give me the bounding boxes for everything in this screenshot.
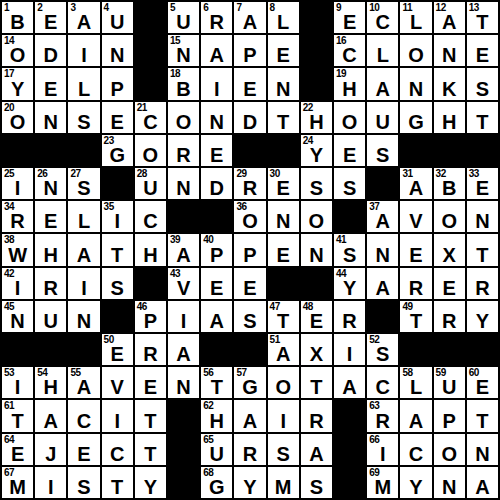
cell-r4c1[interactable]: 20O xyxy=(2,102,33,133)
cell-r13c1[interactable]: 61T xyxy=(2,400,33,431)
cell-letter: N xyxy=(168,377,199,397)
cell-letter: T xyxy=(467,245,498,265)
cell-r2c2[interactable]: D xyxy=(35,35,66,66)
cell-r8c13[interactable]: E xyxy=(400,234,431,265)
cell-r13c10[interactable]: R xyxy=(301,400,332,431)
cell-r2c7[interactable]: A xyxy=(201,35,232,66)
cell-letter: R xyxy=(467,278,498,298)
cell-letter: N xyxy=(467,444,498,464)
cell-r3c15[interactable]: S xyxy=(467,68,498,99)
cell-r2c6[interactable]: 15N xyxy=(168,35,199,66)
cell-r6c11[interactable]: S xyxy=(334,168,365,199)
cell-r11c12[interactable]: 52S xyxy=(367,334,398,365)
cell-letter: E xyxy=(268,245,299,265)
cell-letter: R xyxy=(35,278,66,298)
cell-r11c6[interactable]: A xyxy=(168,334,199,365)
block-cell-r6c4 xyxy=(102,168,133,199)
cell-r5c4[interactable]: 23G xyxy=(102,135,133,166)
cell-r7c4[interactable]: 35I xyxy=(102,201,133,232)
cell-r1c8[interactable]: 7A xyxy=(234,2,265,33)
cell-letter: A xyxy=(434,12,465,32)
cell-r10c8[interactable]: S xyxy=(234,301,265,332)
cell-letter: S xyxy=(367,145,398,165)
cell-r13c9[interactable]: I xyxy=(268,400,299,431)
cell-r3c12[interactable]: A xyxy=(367,68,398,99)
cell-r1c11[interactable]: 9E xyxy=(334,2,365,33)
cell-letter: L xyxy=(400,12,431,32)
cell-letter: U xyxy=(434,377,465,397)
block-cell-r14c6 xyxy=(168,434,199,465)
cell-r5c11[interactable]: E xyxy=(334,135,365,166)
cell-letter: V xyxy=(102,377,133,397)
cell-r7c3[interactable]: L xyxy=(68,201,99,232)
cell-r3c1[interactable]: 17Y xyxy=(2,68,33,99)
cell-r4c8[interactable]: D xyxy=(234,102,265,133)
cell-r8c2[interactable]: H xyxy=(35,234,66,265)
cell-letter: P xyxy=(135,311,166,331)
cell-letter: A xyxy=(35,411,66,431)
cell-r11c9[interactable]: 51A xyxy=(268,334,299,365)
cell-r8c5[interactable]: H xyxy=(135,234,166,265)
cell-letter: Y xyxy=(135,477,166,497)
cell-r12c12[interactable]: C xyxy=(367,367,398,398)
cell-r12c5[interactable]: E xyxy=(135,367,166,398)
cell-r9c13[interactable]: R xyxy=(400,268,431,299)
cell-letter: O xyxy=(2,45,33,65)
cell-r9c6[interactable]: 43V xyxy=(168,268,199,299)
cell-r12c2[interactable]: 54H xyxy=(35,367,66,398)
cell-letter: E xyxy=(102,112,133,132)
cell-r1c2[interactable]: 2E xyxy=(35,2,66,33)
cell-r9c3[interactable]: I xyxy=(68,268,99,299)
cell-r12c7[interactable]: 56T xyxy=(201,367,232,398)
cell-r3c4[interactable]: P xyxy=(102,68,133,99)
cell-letter: S xyxy=(334,178,365,198)
cell-letter: C xyxy=(334,45,365,65)
cell-letter: C xyxy=(102,444,133,464)
cell-letter: E xyxy=(301,311,332,331)
cell-r11c11[interactable]: I xyxy=(334,334,365,365)
cell-letter: E xyxy=(334,145,365,165)
cell-r12c4[interactable]: V xyxy=(102,367,133,398)
cell-r4c12[interactable]: U xyxy=(367,102,398,133)
cell-r4c4[interactable]: E xyxy=(102,102,133,133)
cell-letter: O xyxy=(168,112,199,132)
cell-letter: I xyxy=(2,178,33,198)
cell-r10c13[interactable]: 49T xyxy=(400,301,431,332)
block-cell-r7c6 xyxy=(168,201,199,232)
cell-r7c13[interactable]: V xyxy=(400,201,431,232)
cell-r1c13[interactable]: 11L xyxy=(400,2,431,33)
cell-r6c7[interactable]: D xyxy=(201,168,232,199)
cell-r7c2[interactable]: E xyxy=(35,201,66,232)
cell-letter: T xyxy=(301,377,332,397)
cell-r10c2[interactable]: U xyxy=(35,301,66,332)
cell-letter: T xyxy=(2,411,33,431)
cell-r12c14[interactable]: 59U xyxy=(434,367,465,398)
cell-r4c6[interactable]: O xyxy=(168,102,199,133)
cell-r10c1[interactable]: 45N xyxy=(2,301,33,332)
cell-letter: E xyxy=(467,377,498,397)
cell-letter: R xyxy=(2,211,33,231)
cell-letter: N xyxy=(268,79,299,99)
cell-r8c14[interactable]: X xyxy=(434,234,465,265)
cell-letter: I xyxy=(68,278,99,298)
block-cell-r5c13 xyxy=(400,135,431,166)
cell-r9c15[interactable]: R xyxy=(467,268,498,299)
cell-r7c1[interactable]: 34R xyxy=(2,201,33,232)
cell-r13c12[interactable]: 63R xyxy=(367,400,398,431)
cell-r15c9[interactable]: M xyxy=(268,467,299,498)
cell-r4c15[interactable]: T xyxy=(467,102,498,133)
cell-letter: I xyxy=(35,477,66,497)
cell-r7c9[interactable]: N xyxy=(268,201,299,232)
cell-r1c12[interactable]: 10C xyxy=(367,2,398,33)
cell-letter: S xyxy=(268,444,299,464)
cell-r12c10[interactable]: T xyxy=(301,367,332,398)
cell-letter: L xyxy=(268,12,299,32)
cell-letter: A xyxy=(234,411,265,431)
cell-r4c5[interactable]: 21C xyxy=(135,102,166,133)
cell-r6c1[interactable]: 25I xyxy=(2,168,33,199)
cell-r12c15[interactable]: 60E xyxy=(467,367,498,398)
cell-r15c3[interactable]: S xyxy=(68,467,99,498)
cell-r15c2[interactable]: I xyxy=(35,467,66,498)
cell-r9c2[interactable]: R xyxy=(35,268,66,299)
cell-letter: T xyxy=(135,444,166,464)
cell-r7c15[interactable]: N xyxy=(467,201,498,232)
cell-letter: S xyxy=(68,112,99,132)
cell-r8c10[interactable]: N xyxy=(301,234,332,265)
block-cell-r3c5 xyxy=(135,68,166,99)
cell-letter: S xyxy=(234,311,265,331)
cell-r3c14[interactable]: K xyxy=(434,68,465,99)
cell-r11c10[interactable]: X xyxy=(301,334,332,365)
cell-r10c11[interactable]: R xyxy=(334,301,365,332)
cell-r3c9[interactable]: N xyxy=(268,68,299,99)
cell-r6c14[interactable]: 32B xyxy=(434,168,465,199)
cell-r1c4[interactable]: 4U xyxy=(102,2,133,33)
cell-r10c15[interactable]: Y xyxy=(467,301,498,332)
cell-letter: R xyxy=(301,411,332,431)
cell-letter: D xyxy=(35,45,66,65)
cell-r9c4[interactable]: S xyxy=(102,268,133,299)
cell-r6c6[interactable]: N xyxy=(168,168,199,199)
cell-letter: R xyxy=(135,344,166,364)
cell-letter: C xyxy=(367,377,398,397)
cell-r15c1[interactable]: 67M xyxy=(2,467,33,498)
cell-r5c12[interactable]: S xyxy=(367,135,398,166)
cell-r15c12[interactable]: 69M xyxy=(367,467,398,498)
cell-r14c15[interactable]: N xyxy=(467,434,498,465)
cell-r8c8[interactable]: P xyxy=(234,234,265,265)
cell-letter: P xyxy=(102,79,133,99)
cell-r15c8[interactable]: Y xyxy=(234,467,265,498)
cell-r13c13[interactable]: A xyxy=(400,400,431,431)
cell-r8c4[interactable]: T xyxy=(102,234,133,265)
cell-r13c14[interactable]: P xyxy=(434,400,465,431)
cell-letter: I xyxy=(334,344,365,364)
cell-r7c12[interactable]: 37A xyxy=(367,201,398,232)
cell-r13c4[interactable]: I xyxy=(102,400,133,431)
cell-letter: N xyxy=(400,79,431,99)
cell-r15c5[interactable]: Y xyxy=(135,467,166,498)
cell-letter: Y xyxy=(400,477,431,497)
cell-r10c6[interactable]: I xyxy=(168,301,199,332)
cell-letter: A xyxy=(201,45,232,65)
cell-letter: B xyxy=(2,12,33,32)
cell-r5c7[interactable]: E xyxy=(201,135,232,166)
cell-letter: R xyxy=(201,12,232,32)
block-cell-r3c10 xyxy=(301,68,332,99)
cell-r10c9[interactable]: 47T xyxy=(268,301,299,332)
cell-r4c7[interactable]: N xyxy=(201,102,232,133)
cell-r9c8[interactable]: E xyxy=(234,268,265,299)
cell-r6c3[interactable]: 27S xyxy=(68,168,99,199)
cell-r13c15[interactable]: T xyxy=(467,400,498,431)
cell-r6c8[interactable]: 29R xyxy=(234,168,265,199)
cell-r4c13[interactable]: G xyxy=(400,102,431,133)
cell-r8c1[interactable]: 38W xyxy=(2,234,33,265)
cell-r15c14[interactable]: N xyxy=(434,467,465,498)
cell-r15c13[interactable]: Y xyxy=(400,467,431,498)
cell-r3c6[interactable]: 18B xyxy=(168,68,199,99)
cell-r8c12[interactable]: N xyxy=(367,234,398,265)
cell-r2c1[interactable]: 14O xyxy=(2,35,33,66)
cell-r15c10[interactable]: S xyxy=(301,467,332,498)
cell-r9c7[interactable]: E xyxy=(201,268,232,299)
cell-letter: E xyxy=(268,178,299,198)
cell-r6c13[interactable]: 31A xyxy=(400,168,431,199)
cell-r12c6[interactable]: N xyxy=(168,367,199,398)
cell-r7c14[interactable]: O xyxy=(434,201,465,232)
cell-r1c15[interactable]: 13T xyxy=(467,2,498,33)
cell-r1c6[interactable]: 5U xyxy=(168,2,199,33)
cell-r10c7[interactable]: A xyxy=(201,301,232,332)
cell-r14c13[interactable]: C xyxy=(400,434,431,465)
cell-letter: E xyxy=(201,145,232,165)
cell-letter: I xyxy=(168,311,199,331)
cell-letter: E xyxy=(234,79,265,99)
block-cell-r15c11 xyxy=(334,467,365,498)
cell-r6c9[interactable]: 30E xyxy=(268,168,299,199)
cell-r7c5[interactable]: C xyxy=(135,201,166,232)
cell-r2c8[interactable]: P xyxy=(234,35,265,66)
cell-letter: T xyxy=(102,477,133,497)
cell-r15c15[interactable]: A xyxy=(467,467,498,498)
cell-letter: X xyxy=(434,245,465,265)
cell-letter: O xyxy=(334,112,365,132)
cell-r4c11[interactable]: O xyxy=(334,102,365,133)
cell-r1c9[interactable]: 8L xyxy=(268,2,299,33)
cell-letter: R xyxy=(434,311,465,331)
cell-letter: C xyxy=(135,211,166,231)
cell-r5c5[interactable]: O xyxy=(135,135,166,166)
cell-letter: M xyxy=(2,477,33,497)
cell-letter: P xyxy=(434,411,465,431)
cell-r14c12[interactable]: 66I xyxy=(367,434,398,465)
cell-r9c11[interactable]: 44Y xyxy=(334,268,365,299)
cell-letter: A xyxy=(367,278,398,298)
cell-r1c3[interactable]: 3A xyxy=(68,2,99,33)
cell-r2c13[interactable]: O xyxy=(400,35,431,66)
cell-r4c3[interactable]: S xyxy=(68,102,99,133)
block-cell-r5c9 xyxy=(268,135,299,166)
cell-letter: I xyxy=(2,278,33,298)
cell-r2c15[interactable]: E xyxy=(467,35,498,66)
cell-letter: P xyxy=(234,45,265,65)
cell-r7c8[interactable]: 36O xyxy=(234,201,265,232)
cell-r11c4[interactable]: 50E xyxy=(102,334,133,365)
cell-letter: C xyxy=(68,411,99,431)
cell-letter: U xyxy=(35,311,66,331)
cell-r6c5[interactable]: 28U xyxy=(135,168,166,199)
cell-r8c7[interactable]: 40P xyxy=(201,234,232,265)
cell-r2c4[interactable]: N xyxy=(102,35,133,66)
cell-r3c11[interactable]: 19H xyxy=(334,68,365,99)
cell-letter: A xyxy=(201,311,232,331)
cell-letter: O xyxy=(434,211,465,231)
cell-r2c3[interactable]: I xyxy=(68,35,99,66)
cell-r4c10[interactable]: 22H xyxy=(301,102,332,133)
cell-r4c2[interactable]: N xyxy=(35,102,66,133)
cell-r9c12[interactable]: A xyxy=(367,268,398,299)
cell-letter: A xyxy=(400,411,431,431)
cell-letter: I xyxy=(102,211,133,231)
cell-letter: H xyxy=(201,411,232,431)
cell-letter: D xyxy=(234,112,265,132)
cell-r9c1[interactable]: 42I xyxy=(2,268,33,299)
cell-r15c7[interactable]: 68G xyxy=(201,467,232,498)
cell-r3c3[interactable]: L xyxy=(68,68,99,99)
cell-r14c4[interactable]: C xyxy=(102,434,133,465)
block-cell-r11c15 xyxy=(467,334,498,365)
block-cell-r11c13 xyxy=(400,334,431,365)
cell-r10c10[interactable]: 48E xyxy=(301,301,332,332)
cell-r3c2[interactable]: E xyxy=(35,68,66,99)
cell-letter: G xyxy=(234,377,265,397)
cell-r2c14[interactable]: N xyxy=(434,35,465,66)
cell-letter: T xyxy=(400,311,431,331)
cell-r13c8[interactable]: A xyxy=(234,400,265,431)
cell-r8c15[interactable]: T xyxy=(467,234,498,265)
cell-letter: M xyxy=(367,477,398,497)
block-cell-r1c10 xyxy=(301,2,332,33)
cell-letter: A xyxy=(68,12,99,32)
block-cell-r13c6 xyxy=(168,400,199,431)
cell-letter: S xyxy=(301,178,332,198)
cell-r13c5[interactable]: T xyxy=(135,400,166,431)
cell-r14c9[interactable]: S xyxy=(268,434,299,465)
cell-r10c3[interactable]: N xyxy=(68,301,99,332)
cell-letter: G xyxy=(102,145,133,165)
cell-letter: Y xyxy=(301,145,332,165)
cell-r13c3[interactable]: C xyxy=(68,400,99,431)
cell-r15c4[interactable]: T xyxy=(102,467,133,498)
cell-r13c7[interactable]: 62H xyxy=(201,400,232,431)
cell-letter: A xyxy=(467,477,498,497)
cell-letter: Y xyxy=(334,278,365,298)
cell-r10c5[interactable]: 46P xyxy=(135,301,166,332)
cell-letter: E xyxy=(35,79,66,99)
cell-r8c3[interactable]: A xyxy=(68,234,99,265)
cell-r8c9[interactable]: E xyxy=(268,234,299,265)
cell-r4c14[interactable]: H xyxy=(434,102,465,133)
cell-r12c11[interactable]: A xyxy=(334,367,365,398)
cell-r12c13[interactable]: 58L xyxy=(400,367,431,398)
cell-r1c1[interactable]: 1B xyxy=(2,2,33,33)
cell-r2c9[interactable]: E xyxy=(268,35,299,66)
cell-letter: L xyxy=(68,211,99,231)
cell-letter: S xyxy=(102,278,133,298)
cell-r14c8[interactable]: R xyxy=(234,434,265,465)
cell-r12c8[interactable]: 57G xyxy=(234,367,265,398)
cell-letter: A xyxy=(234,12,265,32)
cell-r14c1[interactable]: 64E xyxy=(2,434,33,465)
cell-letter: I xyxy=(68,45,99,65)
cell-r7c10[interactable]: O xyxy=(301,201,332,232)
cell-r12c3[interactable]: 55A xyxy=(68,367,99,398)
cell-r5c10[interactable]: 24Y xyxy=(301,135,332,166)
cell-r8c11[interactable]: 41S xyxy=(334,234,365,265)
cell-r6c10[interactable]: S xyxy=(301,168,332,199)
cell-r3c8[interactable]: E xyxy=(234,68,265,99)
cell-r14c10[interactable]: A xyxy=(301,434,332,465)
cell-r4c9[interactable]: T xyxy=(268,102,299,133)
cell-letter: S xyxy=(367,344,398,364)
cell-r8c6[interactable]: 39A xyxy=(168,234,199,265)
cell-letter: Y xyxy=(234,477,265,497)
cell-r6c15[interactable]: 33E xyxy=(467,168,498,199)
cell-r6c2[interactable]: 26N xyxy=(35,168,66,199)
cell-r14c14[interactable]: O xyxy=(434,434,465,465)
cell-letter: T xyxy=(201,377,232,397)
cell-r14c2[interactable]: J xyxy=(35,434,66,465)
cell-r12c1[interactable]: 53I xyxy=(2,367,33,398)
cell-letter: S xyxy=(68,178,99,198)
cell-r5c6[interactable]: R xyxy=(168,135,199,166)
cell-letter: N xyxy=(168,45,199,65)
cell-letter: H xyxy=(35,245,66,265)
cell-r10c14[interactable]: R xyxy=(434,301,465,332)
cell-r13c2[interactable]: A xyxy=(35,400,66,431)
cell-letter: U xyxy=(201,444,232,464)
cell-r1c14[interactable]: 12A xyxy=(434,2,465,33)
cell-r3c7[interactable]: I xyxy=(201,68,232,99)
cell-letter: N xyxy=(434,477,465,497)
cell-letter: L xyxy=(68,79,99,99)
cell-letter: O xyxy=(301,211,332,231)
cell-r2c12[interactable]: L xyxy=(367,35,398,66)
cell-letter: B xyxy=(434,178,465,198)
cell-r11c5[interactable]: R xyxy=(135,334,166,365)
cell-r9c14[interactable]: E xyxy=(434,268,465,299)
cell-letter: I xyxy=(268,411,299,431)
cell-r14c3[interactable]: E xyxy=(68,434,99,465)
cell-r14c5[interactable]: T xyxy=(135,434,166,465)
cell-r1c7[interactable]: 6R xyxy=(201,2,232,33)
cell-letter: E xyxy=(2,444,33,464)
cell-letter: H xyxy=(334,79,365,99)
cell-letter: N xyxy=(467,211,498,231)
cell-letter: I xyxy=(201,79,232,99)
cell-r3c13[interactable]: N xyxy=(400,68,431,99)
cell-letter: E xyxy=(334,12,365,32)
cell-r12c9[interactable]: O xyxy=(268,367,299,398)
cell-letter: E xyxy=(434,278,465,298)
cell-r2c11[interactable]: 16C xyxy=(334,35,365,66)
cell-r14c7[interactable]: 65U xyxy=(201,434,232,465)
